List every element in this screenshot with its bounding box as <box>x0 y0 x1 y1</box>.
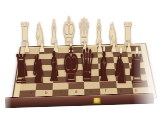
file-label: e <box>90 90 93 94</box>
file-label: c <box>60 90 62 94</box>
file-label: d <box>75 90 78 94</box>
chess-set-photo: abcdefgh ♜♞♝♚♛♝♞♜♟♟♟♟♟♟♟♟♟♟♟♟♟♟♟♟♜♞♝♚♛♝♞… <box>0 0 166 120</box>
file-label: f <box>105 89 107 93</box>
file-label: b <box>45 91 48 95</box>
brass-clasp <box>93 97 101 104</box>
file-label: g <box>120 89 123 93</box>
file-coordinates: abcdefgh <box>0 89 166 95</box>
file-label: a <box>30 91 33 95</box>
file-label: h <box>135 89 138 93</box>
